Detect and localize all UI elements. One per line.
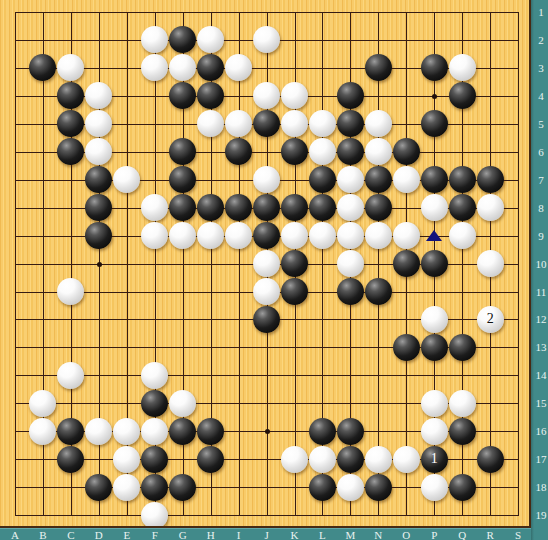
column-label: K — [291, 530, 299, 540]
row-coordinates: 12345678910111213141516171819 — [531, 0, 548, 540]
stone-black — [169, 138, 196, 165]
stone-white — [225, 110, 252, 137]
stone-white — [365, 110, 392, 137]
stone-black — [393, 334, 420, 361]
stone-white — [253, 250, 280, 277]
stone-white — [113, 166, 140, 193]
column-label: E — [123, 530, 130, 540]
stone-black — [309, 418, 336, 445]
stone-black — [477, 166, 504, 193]
column-label: S — [515, 530, 521, 540]
stone-black — [281, 194, 308, 221]
stone-black — [57, 418, 84, 445]
stone-white — [449, 222, 476, 249]
stone-black — [477, 446, 504, 473]
stone-white — [421, 418, 448, 445]
row-label: 10 — [536, 258, 547, 269]
stone-white — [393, 166, 420, 193]
row-label: 8 — [538, 202, 544, 213]
grid-line-vertical — [378, 12, 379, 516]
stone-white — [337, 222, 364, 249]
stone-white — [29, 418, 56, 445]
stone-black — [225, 138, 252, 165]
stone-white — [197, 110, 224, 137]
stone-black — [57, 110, 84, 137]
stone-white — [393, 222, 420, 249]
stone-white — [85, 110, 112, 137]
stone-black — [281, 250, 308, 277]
stone-black — [393, 138, 420, 165]
stone-white — [141, 222, 168, 249]
column-label: H — [207, 530, 215, 540]
stone-white — [141, 194, 168, 221]
stone-white — [225, 222, 252, 249]
go-game-viewer: 21 12345678910111213141516171819 ABCDEFG… — [0, 0, 548, 540]
stone-white — [141, 362, 168, 389]
stone-white — [365, 222, 392, 249]
column-label: Q — [458, 530, 466, 540]
column-label: J — [264, 530, 268, 540]
row-label: 11 — [536, 286, 547, 297]
stone-white — [309, 110, 336, 137]
stone-white — [421, 474, 448, 501]
stone-white — [57, 54, 84, 81]
stone-black — [85, 474, 112, 501]
stone-white — [141, 418, 168, 445]
stone-black — [141, 474, 168, 501]
stone-black — [449, 334, 476, 361]
stone-white: 2 — [477, 306, 504, 333]
column-label: P — [431, 530, 437, 540]
stone-white — [253, 278, 280, 305]
stone-black — [29, 54, 56, 81]
stone-black — [253, 222, 280, 249]
column-label: L — [319, 530, 326, 540]
row-label: 4 — [538, 90, 544, 101]
star-point — [432, 94, 437, 99]
stone-black — [337, 278, 364, 305]
stone-black — [449, 474, 476, 501]
stone-white — [337, 250, 364, 277]
stone-white — [85, 82, 112, 109]
stone-black — [337, 110, 364, 137]
stone-black — [169, 166, 196, 193]
stone-black — [421, 334, 448, 361]
stone-black: 1 — [421, 446, 448, 473]
row-label: 3 — [538, 62, 544, 73]
stone-white — [57, 278, 84, 305]
stone-white — [141, 502, 168, 529]
stone-white — [169, 54, 196, 81]
stone-black — [421, 54, 448, 81]
column-label: A — [11, 530, 19, 540]
column-label: F — [152, 530, 158, 540]
stone-black — [365, 54, 392, 81]
stone-black — [393, 250, 420, 277]
stone-white — [169, 390, 196, 417]
stone-black — [449, 418, 476, 445]
stone-white — [141, 26, 168, 53]
stone-black — [169, 26, 196, 53]
row-label: 2 — [538, 34, 544, 45]
column-label: B — [39, 530, 46, 540]
stone-black — [253, 110, 280, 137]
stone-black — [309, 166, 336, 193]
move-number-label: 2 — [487, 312, 494, 326]
stone-black — [449, 82, 476, 109]
stone-white — [421, 194, 448, 221]
column-coordinates: ABCDEFGHIJKLMNOPQRS — [0, 528, 531, 540]
stone-black — [337, 82, 364, 109]
stone-white — [337, 474, 364, 501]
stone-black — [309, 474, 336, 501]
stone-black — [449, 166, 476, 193]
stone-black — [197, 418, 224, 445]
stone-white — [421, 390, 448, 417]
stone-white — [337, 194, 364, 221]
row-label: 18 — [536, 482, 547, 493]
stone-white — [393, 446, 420, 473]
row-label: 19 — [536, 510, 547, 521]
column-label: D — [95, 530, 103, 540]
go-board[interactable]: 21 — [0, 0, 531, 528]
stone-white — [365, 446, 392, 473]
stone-white — [477, 250, 504, 277]
row-label: 6 — [538, 146, 544, 157]
stone-black — [57, 82, 84, 109]
stone-black — [197, 82, 224, 109]
stone-white — [253, 166, 280, 193]
row-label: 17 — [536, 454, 547, 465]
stone-black — [365, 194, 392, 221]
stone-black — [141, 390, 168, 417]
stone-black — [57, 446, 84, 473]
stone-white — [85, 418, 112, 445]
stone-white — [169, 222, 196, 249]
stone-white — [113, 474, 140, 501]
stone-black — [85, 166, 112, 193]
grid-line-horizontal — [15, 375, 519, 376]
stone-white — [141, 54, 168, 81]
stone-white — [449, 390, 476, 417]
row-label: 16 — [536, 426, 547, 437]
stone-black — [281, 278, 308, 305]
row-label: 14 — [536, 370, 547, 381]
row-label: 15 — [536, 398, 547, 409]
stone-black — [197, 446, 224, 473]
stone-black — [253, 306, 280, 333]
stone-white — [113, 418, 140, 445]
column-label: G — [179, 530, 187, 540]
row-label: 13 — [536, 342, 547, 353]
stone-black — [421, 250, 448, 277]
stone-black — [85, 222, 112, 249]
stone-black — [309, 194, 336, 221]
star-point — [265, 429, 270, 434]
row-label: 1 — [538, 7, 544, 18]
stone-black — [85, 194, 112, 221]
star-point — [97, 262, 102, 267]
stone-white — [281, 110, 308, 137]
stone-white — [449, 54, 476, 81]
stone-white — [281, 446, 308, 473]
stone-white — [337, 166, 364, 193]
stone-white — [309, 222, 336, 249]
stone-black — [421, 166, 448, 193]
row-label: 12 — [536, 314, 547, 325]
grid-line-vertical — [518, 12, 519, 516]
stone-white — [365, 138, 392, 165]
stone-white — [253, 82, 280, 109]
stone-white — [85, 138, 112, 165]
row-label: 5 — [538, 118, 544, 129]
column-label: M — [346, 530, 356, 540]
stone-black — [365, 166, 392, 193]
stone-black — [169, 82, 196, 109]
stone-white — [309, 446, 336, 473]
column-label: N — [374, 530, 382, 540]
stone-white — [57, 362, 84, 389]
stone-white — [281, 222, 308, 249]
stone-black — [169, 194, 196, 221]
stone-black — [281, 138, 308, 165]
stone-black — [253, 194, 280, 221]
stone-black — [169, 418, 196, 445]
row-label: 9 — [538, 230, 544, 241]
stone-black — [225, 194, 252, 221]
stone-white — [421, 306, 448, 333]
stone-white — [197, 26, 224, 53]
stone-white — [281, 82, 308, 109]
stone-black — [365, 474, 392, 501]
stone-white — [253, 26, 280, 53]
stone-black — [337, 446, 364, 473]
stone-black — [421, 110, 448, 137]
stone-white — [477, 194, 504, 221]
column-label: C — [67, 530, 74, 540]
stone-black — [197, 194, 224, 221]
column-label: O — [402, 530, 410, 540]
stone-black — [169, 474, 196, 501]
stone-black — [337, 418, 364, 445]
stone-white — [309, 138, 336, 165]
stone-black — [337, 138, 364, 165]
row-label: 7 — [538, 174, 544, 185]
stone-black — [57, 138, 84, 165]
stone-black — [365, 278, 392, 305]
move-number-label: 1 — [431, 452, 438, 466]
column-label: I — [237, 530, 241, 540]
stone-black — [197, 54, 224, 81]
triangle-marker — [426, 230, 442, 241]
stone-white — [197, 222, 224, 249]
column-label: R — [486, 530, 493, 540]
stone-black — [141, 446, 168, 473]
stone-white — [29, 390, 56, 417]
stone-black — [449, 194, 476, 221]
stone-white — [113, 446, 140, 473]
stone-white — [225, 54, 252, 81]
grid-line-horizontal — [15, 515, 519, 516]
